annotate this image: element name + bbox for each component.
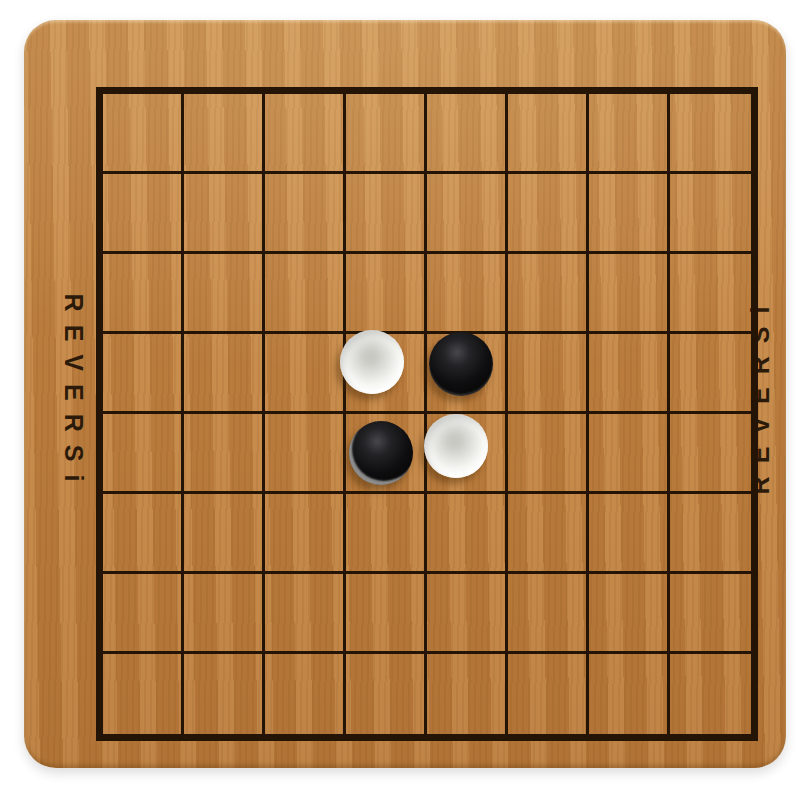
cell[interactable] bbox=[265, 494, 346, 574]
disc-black bbox=[429, 332, 493, 396]
board-grid bbox=[96, 87, 758, 741]
cell[interactable] bbox=[103, 94, 184, 174]
cell[interactable] bbox=[346, 574, 427, 654]
cell[interactable] bbox=[103, 414, 184, 494]
cell[interactable] bbox=[670, 574, 751, 654]
cell[interactable] bbox=[508, 494, 589, 574]
cell[interactable] bbox=[589, 94, 670, 174]
cell[interactable] bbox=[346, 414, 427, 494]
cell[interactable] bbox=[184, 494, 265, 574]
cell[interactable] bbox=[184, 574, 265, 654]
cell[interactable] bbox=[346, 94, 427, 174]
cell[interactable] bbox=[184, 174, 265, 254]
cell[interactable] bbox=[670, 254, 751, 334]
cell[interactable] bbox=[589, 414, 670, 494]
cell[interactable] bbox=[670, 94, 751, 174]
cell[interactable] bbox=[265, 254, 346, 334]
cell[interactable] bbox=[184, 654, 265, 734]
cell[interactable] bbox=[508, 654, 589, 734]
cell[interactable] bbox=[346, 334, 427, 414]
cell[interactable] bbox=[427, 414, 508, 494]
disc-black bbox=[349, 421, 413, 485]
cell[interactable] bbox=[346, 654, 427, 734]
cell[interactable] bbox=[184, 334, 265, 414]
cell[interactable] bbox=[346, 174, 427, 254]
cell[interactable] bbox=[589, 334, 670, 414]
cell[interactable] bbox=[670, 174, 751, 254]
cell[interactable] bbox=[346, 254, 427, 334]
photo-background: REVERSi REVERSi bbox=[0, 0, 800, 800]
cell[interactable] bbox=[589, 574, 670, 654]
cell[interactable] bbox=[427, 654, 508, 734]
cell[interactable] bbox=[184, 94, 265, 174]
cell[interactable] bbox=[508, 414, 589, 494]
cell[interactable] bbox=[670, 414, 751, 494]
cell[interactable] bbox=[103, 174, 184, 254]
cell[interactable] bbox=[184, 254, 265, 334]
disc-white bbox=[340, 330, 404, 394]
cell[interactable] bbox=[427, 574, 508, 654]
cell[interactable] bbox=[265, 94, 346, 174]
cell[interactable] bbox=[265, 414, 346, 494]
cell[interactable] bbox=[265, 174, 346, 254]
cell[interactable] bbox=[103, 654, 184, 734]
cell[interactable] bbox=[589, 654, 670, 734]
cell[interactable] bbox=[265, 574, 346, 654]
cell[interactable] bbox=[589, 494, 670, 574]
reversi-label-left: REVERSi bbox=[59, 294, 88, 495]
cell[interactable] bbox=[103, 574, 184, 654]
cell[interactable] bbox=[427, 174, 508, 254]
cell[interactable] bbox=[670, 654, 751, 734]
cell[interactable] bbox=[103, 494, 184, 574]
cell[interactable] bbox=[427, 94, 508, 174]
cell[interactable] bbox=[265, 654, 346, 734]
cell[interactable] bbox=[508, 254, 589, 334]
cell[interactable] bbox=[670, 334, 751, 414]
cell[interactable] bbox=[508, 574, 589, 654]
cell[interactable] bbox=[346, 494, 427, 574]
cell[interactable] bbox=[427, 494, 508, 574]
cell[interactable] bbox=[184, 414, 265, 494]
cell[interactable] bbox=[670, 494, 751, 574]
cell[interactable] bbox=[103, 334, 184, 414]
cell[interactable] bbox=[508, 94, 589, 174]
cell[interactable] bbox=[508, 174, 589, 254]
cell[interactable] bbox=[265, 334, 346, 414]
cell[interactable] bbox=[508, 334, 589, 414]
cell[interactable] bbox=[427, 334, 508, 414]
cell[interactable] bbox=[589, 174, 670, 254]
disc-white bbox=[424, 414, 488, 478]
cell[interactable] bbox=[589, 254, 670, 334]
cell[interactable] bbox=[103, 254, 184, 334]
game-board: REVERSi REVERSi bbox=[24, 20, 786, 768]
cell[interactable] bbox=[427, 254, 508, 334]
